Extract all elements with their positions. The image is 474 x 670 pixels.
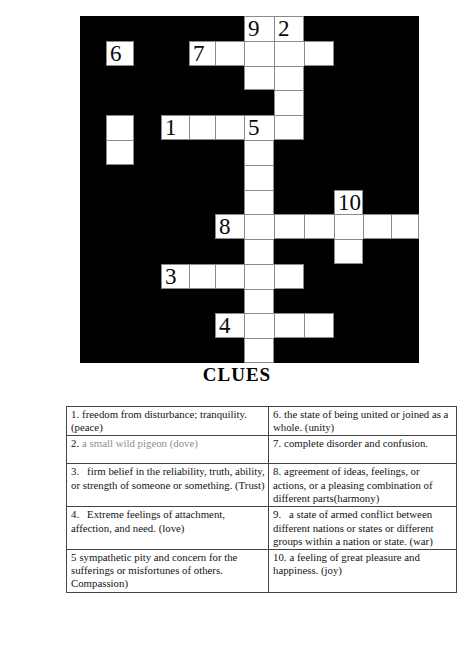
clue-text: a feeling of great pleasure and happines…	[273, 551, 420, 576]
cell-r3c7[interactable]	[244, 66, 274, 91]
cell-r1c8[interactable]: 2	[274, 16, 304, 41]
cell-r13c8[interactable]	[274, 313, 304, 338]
cell-r13c6[interactable]: 4	[215, 313, 244, 338]
clue-cell-1: 1.freedom from disturbance; tranquility.…	[67, 407, 269, 436]
clue-text: complete disorder and confusion.	[284, 437, 428, 449]
clue-number: 2.	[71, 437, 79, 449]
clue-text: a small wild pigeon (dove)	[82, 437, 198, 449]
cell-r7c7[interactable]	[244, 165, 274, 190]
cell-r9c10[interactable]	[334, 214, 363, 239]
cell-r10c7[interactable]	[244, 239, 274, 264]
clue-number: 4.	[71, 508, 79, 520]
cell-r11c5[interactable]	[189, 264, 215, 289]
cell-number-2: 2	[278, 17, 290, 41]
cell-r5c8[interactable]	[274, 115, 304, 140]
cell-r6c2[interactable]	[106, 140, 134, 165]
clues-heading: CLUES	[0, 365, 474, 384]
cell-number-9: 9	[248, 17, 260, 41]
cell-r5c7[interactable]: 5	[244, 115, 274, 140]
cell-r1c7[interactable]: 9	[244, 16, 274, 41]
cell-r8c7[interactable]	[244, 190, 274, 215]
clue-cell-8: 8.agreement of ideas, feelings, or actio…	[269, 464, 457, 507]
cell-r11c8[interactable]	[274, 264, 304, 289]
clue-number: 6.	[273, 408, 281, 420]
cell-r11c4[interactable]: 3	[161, 264, 189, 289]
cell-r11c7[interactable]	[244, 264, 274, 289]
cell-number-7: 7	[193, 42, 205, 66]
clue-cell-2: 2.a small wild pigeon (dove)	[67, 436, 269, 464]
cell-r2c9[interactable]	[304, 41, 334, 66]
cell-r9c7[interactable]	[244, 214, 274, 239]
cell-r5c2[interactable]	[106, 115, 134, 140]
cell-number-8: 8	[219, 215, 231, 239]
clue-row-3: 3.firm belief in the reliability, truth,…	[67, 464, 457, 507]
cell-r5c5[interactable]	[189, 115, 215, 140]
cell-r13c9[interactable]	[304, 313, 334, 338]
clue-cell-10: 10.a feeling of great pleasure and happi…	[269, 550, 457, 593]
clue-number: 1.	[71, 408, 79, 420]
clue-number: 3.	[71, 465, 79, 477]
cell-r2c6[interactable]	[215, 41, 244, 66]
cell-number-1: 1	[165, 116, 177, 140]
crossword-board: 92671510834	[80, 16, 419, 363]
cell-r6c7[interactable]	[244, 140, 274, 165]
cell-r13c7[interactable]	[244, 313, 274, 338]
cell-r10c10[interactable]	[334, 239, 363, 264]
clue-cell-7: 7.complete disorder and confusion.	[269, 436, 457, 464]
clue-text: sympathetic pity and concern for the suf…	[71, 551, 237, 589]
clue-cell-9: 9.a state of armed conflict between diff…	[269, 507, 457, 550]
clue-text: a state of armed conflict between differ…	[273, 508, 434, 546]
cell-r2c2[interactable]: 6	[106, 41, 134, 66]
clues-table-body: 1.freedom from disturbance; tranquility.…	[67, 407, 457, 593]
clue-text: firm belief in the reliability, truth, a…	[71, 465, 265, 490]
cell-r5c6[interactable]	[215, 115, 244, 140]
cell-r14c7[interactable]	[244, 338, 274, 363]
clue-row-1: 1.freedom from disturbance; tranquility.…	[67, 407, 457, 436]
clue-text: Extreme feelings of attachment, affectio…	[71, 508, 225, 533]
cell-number-3: 3	[165, 265, 177, 289]
cell-r9c6[interactable]: 8	[215, 214, 244, 239]
clue-number: 9.	[273, 508, 281, 520]
cell-r12c7[interactable]	[244, 289, 274, 314]
clue-cell-4: 4.Extreme feelings of attachment, affect…	[67, 507, 269, 550]
cell-number-5: 5	[248, 116, 260, 140]
clue-row-5: 5sympathetic pity and concern for the su…	[67, 550, 457, 593]
clue-text: agreement of ideas, feelings, or actions…	[273, 465, 433, 503]
clue-row-4: 4.Extreme feelings of attachment, affect…	[67, 507, 457, 550]
clue-row-2: 2.a small wild pigeon (dove)7.complete d…	[67, 436, 457, 464]
cell-number-6: 6	[110, 42, 122, 66]
cell-r9c11[interactable]	[363, 214, 391, 239]
cell-number-4: 4	[219, 314, 231, 338]
clue-text: the state of being united or joined as a…	[273, 408, 448, 433]
cell-r9c12[interactable]	[391, 214, 419, 239]
cell-r3c8[interactable]	[274, 66, 304, 91]
clue-cell-6: 6.the state of being united or joined as…	[269, 407, 457, 436]
clue-text: freedom from disturbance; tranquility. (…	[71, 408, 247, 433]
clue-number: 10.	[273, 551, 287, 563]
clue-number: 8.	[273, 465, 281, 477]
cell-r2c8[interactable]	[274, 41, 304, 66]
clue-number: 7.	[273, 437, 281, 449]
cell-r5c4[interactable]: 1	[161, 115, 189, 140]
cell-r8c10[interactable]: 10	[334, 190, 363, 215]
cell-r11c6[interactable]	[215, 264, 244, 289]
cell-r2c5[interactable]: 7	[189, 41, 215, 66]
clues-table: 1.freedom from disturbance; tranquility.…	[66, 406, 457, 593]
cell-r2c7[interactable]	[244, 41, 274, 66]
clue-cell-3: 3.firm belief in the reliability, truth,…	[67, 464, 269, 507]
cell-r9c9[interactable]	[304, 214, 334, 239]
clue-cell-5: 5sympathetic pity and concern for the su…	[67, 550, 269, 593]
cell-r9c8[interactable]	[274, 214, 304, 239]
cell-r4c8[interactable]	[274, 90, 304, 115]
clue-number: 5	[71, 551, 76, 563]
cell-number-10: 10	[338, 191, 361, 215]
